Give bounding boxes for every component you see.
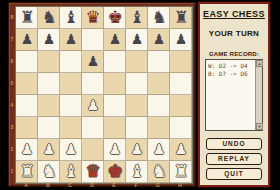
square-d6[interactable]: ♟: [82, 51, 104, 73]
move-entry: W: D2 -> D4: [208, 62, 254, 70]
square-b1[interactable]: ♞: [38, 161, 60, 183]
square-b2[interactable]: ♟: [38, 139, 60, 161]
square-f4[interactable]: [126, 95, 148, 117]
piece-white-knight[interactable]: ♞: [41, 160, 56, 182]
square-f2[interactable]: ♟: [126, 139, 148, 161]
piece-white-king[interactable]: ♚: [107, 160, 122, 182]
square-a4[interactable]: [16, 95, 38, 117]
piece-white-pawn[interactable]: ♟: [109, 138, 122, 160]
square-a3[interactable]: [16, 117, 38, 139]
square-a6[interactable]: [16, 51, 38, 73]
square-c8[interactable]: ♝: [60, 7, 82, 29]
square-d4[interactable]: ♟: [82, 95, 104, 117]
square-g2[interactable]: ♟: [148, 139, 170, 161]
square-f6[interactable]: [126, 51, 148, 73]
square-a1[interactable]: ♜: [16, 161, 38, 183]
square-d7[interactable]: [82, 29, 104, 51]
piece-white-pawn[interactable]: ♟: [43, 138, 56, 160]
square-g4[interactable]: [148, 95, 170, 117]
square-c3[interactable]: [60, 117, 82, 139]
square-f7[interactable]: ♟: [126, 29, 148, 51]
piece-black-rook[interactable]: ♜: [173, 6, 188, 28]
piece-white-rook[interactable]: ♜: [173, 160, 188, 182]
square-c1[interactable]: ♝: [60, 161, 82, 183]
piece-black-bishop[interactable]: ♝: [129, 6, 144, 28]
square-f3[interactable]: [126, 117, 148, 139]
piece-black-pawn[interactable]: ♟: [43, 28, 56, 50]
side-panel: EASY CHESS YOUR TURN GAME RECORD: W: D2 …: [198, 2, 270, 187]
square-h7[interactable]: ♟: [170, 29, 192, 51]
scroll-up-icon[interactable]: ▲: [256, 60, 263, 67]
square-a5[interactable]: [16, 73, 38, 95]
piece-white-pawn[interactable]: ♟: [131, 138, 144, 160]
piece-white-pawn[interactable]: ♟: [65, 138, 78, 160]
square-b7[interactable]: ♟: [38, 29, 60, 51]
square-c2[interactable]: ♟: [60, 139, 82, 161]
game-title: EASY CHESS: [200, 9, 268, 19]
square-c7[interactable]: ♟: [60, 29, 82, 51]
square-a2[interactable]: ♟: [16, 139, 38, 161]
move-entry: B: D7 -> D6: [208, 70, 254, 78]
game-window: 87654321 ♜♞♝♛♚♝♞♜♟♟♟♟♟♟♟♟♟♟♟♟♟♟♟♟♜♞♝♛♚♝♞…: [0, 0, 280, 190]
record-scrollbar[interactable]: ▲ ▼: [255, 60, 262, 130]
piece-black-pawn[interactable]: ♟: [175, 28, 188, 50]
file-label-a: A: [15, 182, 37, 188]
square-g5[interactable]: [148, 73, 170, 95]
square-b6[interactable]: [38, 51, 60, 73]
square-d3[interactable]: [82, 117, 104, 139]
piece-black-pawn[interactable]: ♟: [21, 28, 34, 50]
square-e2[interactable]: ♟: [104, 139, 126, 161]
square-d2[interactable]: [82, 139, 104, 161]
replay-button[interactable]: REPLAY: [206, 153, 262, 165]
square-b3[interactable]: [38, 117, 60, 139]
square-b8[interactable]: ♞: [38, 7, 60, 29]
square-e3[interactable]: [104, 117, 126, 139]
square-a7[interactable]: ♟: [16, 29, 38, 51]
file-labels: ABCDEFGH: [15, 182, 191, 188]
piece-white-pawn[interactable]: ♟: [21, 138, 34, 160]
square-e4[interactable]: [104, 95, 126, 117]
file-label-f: F: [125, 182, 147, 188]
square-e5[interactable]: [104, 73, 126, 95]
square-g1[interactable]: ♞: [148, 161, 170, 183]
square-b4[interactable]: [38, 95, 60, 117]
move-list: W: D2 -> D4B: D7 -> D6: [208, 62, 254, 128]
square-e6[interactable]: [104, 51, 126, 73]
game-record-listbox: W: D2 -> D4B: D7 -> D6 ▲ ▼: [205, 59, 263, 131]
piece-black-pawn[interactable]: ♟: [153, 28, 166, 50]
square-f5[interactable]: [126, 73, 148, 95]
piece-white-pawn[interactable]: ♟: [175, 138, 188, 160]
square-c5[interactable]: [60, 73, 82, 95]
square-e7[interactable]: ♟: [104, 29, 126, 51]
square-b5[interactable]: [38, 73, 60, 95]
undo-button[interactable]: UNDO: [206, 138, 262, 150]
square-g3[interactable]: [148, 117, 170, 139]
square-h1[interactable]: ♜: [170, 161, 192, 183]
square-f1[interactable]: ♝: [126, 161, 148, 183]
square-h2[interactable]: ♟: [170, 139, 192, 161]
square-c6[interactable]: [60, 51, 82, 73]
button-group: UNDOREPLAYQUIT: [200, 138, 268, 180]
piece-black-knight[interactable]: ♞: [151, 6, 166, 28]
game-record-label: GAME RECORD:: [200, 51, 268, 57]
piece-black-pawn[interactable]: ♟: [87, 50, 100, 72]
piece-white-pawn[interactable]: ♟: [87, 94, 100, 116]
piece-black-queen[interactable]: ♛: [85, 6, 100, 28]
square-g7[interactable]: ♟: [148, 29, 170, 51]
file-label-g: G: [147, 182, 169, 188]
square-h3[interactable]: [170, 117, 192, 139]
piece-black-king[interactable]: ♚: [107, 6, 122, 28]
square-e1[interactable]: ♚: [104, 161, 126, 183]
piece-black-bishop[interactable]: ♝: [63, 6, 78, 28]
square-d1[interactable]: ♛: [82, 161, 104, 183]
piece-white-knight[interactable]: ♞: [151, 160, 166, 182]
square-g6[interactable]: [148, 51, 170, 73]
piece-white-queen[interactable]: ♛: [85, 160, 100, 182]
chess-board[interactable]: ♜♞♝♛♚♝♞♜♟♟♟♟♟♟♟♟♟♟♟♟♟♟♟♟♜♞♝♛♚♝♞♜: [15, 6, 193, 184]
square-a8[interactable]: ♜: [16, 7, 38, 29]
piece-white-bishop[interactable]: ♝: [129, 160, 144, 182]
square-h8[interactable]: ♜: [170, 7, 192, 29]
square-d8[interactable]: ♛: [82, 7, 104, 29]
square-c4[interactable]: [60, 95, 82, 117]
square-h4[interactable]: [170, 95, 192, 117]
file-label-c: C: [59, 182, 81, 188]
piece-black-pawn[interactable]: ♟: [109, 28, 122, 50]
piece-black-pawn[interactable]: ♟: [131, 28, 144, 50]
square-d5[interactable]: [82, 73, 104, 95]
turn-status: YOUR TURN: [200, 29, 268, 38]
scroll-down-icon[interactable]: ▼: [256, 123, 263, 130]
piece-white-bishop[interactable]: ♝: [63, 160, 78, 182]
square-e8[interactable]: ♚: [104, 7, 126, 29]
file-label-e: E: [103, 182, 125, 188]
piece-black-rook[interactable]: ♜: [19, 6, 34, 28]
square-f8[interactable]: ♝: [126, 7, 148, 29]
file-label-d: D: [81, 182, 103, 188]
board-frame: 87654321 ♜♞♝♛♚♝♞♜♟♟♟♟♟♟♟♟♟♟♟♟♟♟♟♟♜♞♝♛♚♝♞…: [8, 2, 196, 187]
file-label-h: H: [169, 182, 191, 188]
piece-black-pawn[interactable]: ♟: [65, 28, 78, 50]
square-h5[interactable]: [170, 73, 192, 95]
square-g8[interactable]: ♞: [148, 7, 170, 29]
piece-black-knight[interactable]: ♞: [41, 6, 56, 28]
piece-white-pawn[interactable]: ♟: [153, 138, 166, 160]
square-h6[interactable]: [170, 51, 192, 73]
piece-white-rook[interactable]: ♜: [19, 160, 34, 182]
quit-button[interactable]: QUIT: [206, 168, 262, 180]
file-label-b: B: [37, 182, 59, 188]
